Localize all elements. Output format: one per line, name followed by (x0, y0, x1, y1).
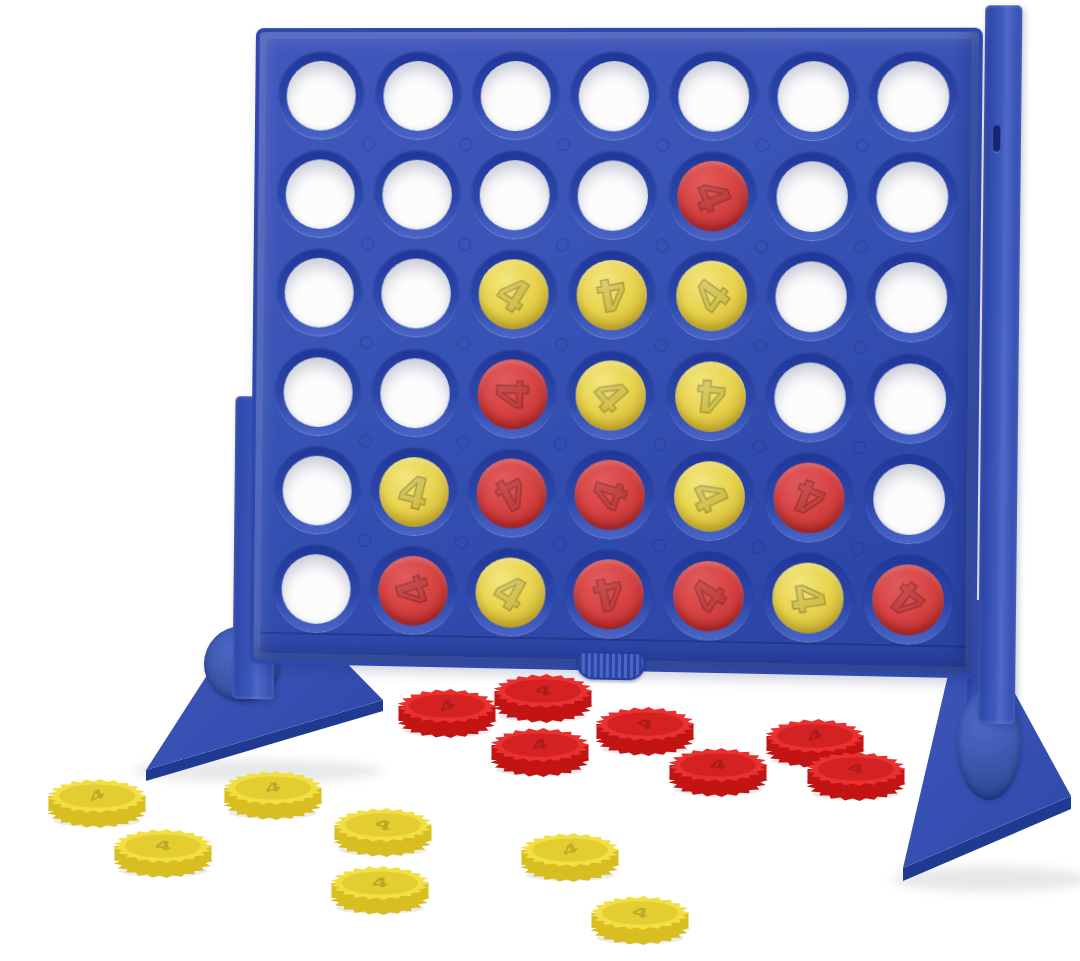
disc-number: 4 (675, 261, 747, 332)
board-cell-r2c6 (761, 146, 862, 247)
board-cell-r5c2: 4 (365, 442, 463, 543)
empty-hole (774, 362, 846, 434)
red-disc: 4 (677, 161, 749, 232)
board-cell-r4c2 (366, 343, 464, 443)
hole-rim (669, 53, 757, 140)
board-cell-r6c6: 4 (757, 547, 858, 649)
hole-rim: 4 (469, 450, 556, 537)
hole-rim: 4 (467, 549, 554, 637)
board-cell-r4c4: 4 (561, 345, 661, 446)
disc-number: 4 (379, 457, 449, 528)
svg-text:4: 4 (371, 875, 388, 891)
photo-stage: 444444444444444444 44444444444444 (0, 0, 1080, 961)
hole-rim: 4 (664, 553, 752, 641)
empty-hole (481, 61, 552, 131)
loose-yellow-disc: 4 (110, 823, 216, 893)
empty-hole (875, 262, 948, 334)
board-cell-r1c2 (369, 46, 467, 145)
hole-rim (278, 53, 364, 139)
hole-rim (767, 253, 856, 341)
board-cell-r2c2 (368, 145, 466, 245)
hole-rim (570, 152, 657, 239)
hole-rim: 4 (666, 353, 754, 441)
hole-rim (276, 250, 362, 336)
hole-rim: 4 (568, 352, 655, 439)
svg-text:4: 4 (534, 682, 552, 700)
empty-hole (383, 61, 453, 131)
board-cell-r3c5: 4 (661, 246, 761, 347)
hole-rim: 4 (567, 451, 654, 539)
board-cell-r4c1 (269, 342, 367, 442)
disc-number: 4 (477, 458, 548, 529)
hole-rim (374, 152, 460, 238)
disc-number: 4 (476, 557, 547, 628)
empty-hole (382, 160, 452, 230)
board-cell-r5c5: 4 (659, 446, 759, 548)
board-cell-r6c4: 4 (559, 544, 659, 646)
hole-rim: 4 (371, 449, 457, 536)
yellow-disc: 4 (675, 261, 747, 332)
hole-rim (766, 354, 855, 442)
board-cell-r6c5: 4 (658, 546, 758, 648)
loose-red-disc: 4 (803, 746, 909, 816)
board-cell-r4c6 (759, 347, 860, 449)
disc-number: 4 (772, 562, 844, 634)
board-cell-r5c1 (268, 441, 366, 541)
red-disc: 4 (378, 556, 448, 627)
red-disc: 4 (672, 561, 744, 633)
hole-rim (274, 447, 360, 534)
board-cell-r3c3: 4 (464, 245, 563, 345)
yellow-disc: 4 (379, 457, 449, 528)
loose-yellow-disc: 4 (327, 860, 433, 930)
board-cell-r6c1 (267, 539, 365, 640)
board-cell-r2c5: 4 (662, 146, 762, 247)
board-cell-r4c7 (859, 348, 961, 450)
hole-rim (571, 53, 658, 140)
red-disc: 4 (574, 559, 645, 631)
empty-hole (876, 161, 949, 232)
hole-rim: 4 (569, 252, 656, 339)
hole-rim: 4 (471, 251, 558, 338)
empty-hole (284, 258, 354, 328)
hole-rim: 4 (667, 253, 755, 340)
board-cell-r5c6: 4 (758, 447, 859, 549)
red-disc: 4 (478, 359, 549, 430)
hole-rim (769, 53, 858, 140)
right-rail (978, 5, 1023, 724)
hole-rim (868, 153, 957, 241)
board-cell-r4c5: 4 (660, 346, 760, 447)
hole-rim (865, 455, 954, 544)
loose-red-disc: 4 (394, 683, 500, 753)
loose-red-disc: 4 (487, 722, 593, 792)
disc-number: 4 (577, 260, 648, 331)
disc-number: 4 (673, 461, 745, 533)
disc-number: 4 (672, 561, 744, 633)
hole-rim (275, 349, 361, 436)
hole-rim (869, 53, 958, 140)
empty-hole (775, 261, 847, 332)
board-cell-r5c7 (858, 448, 960, 550)
board-cell-r1c3 (467, 46, 566, 146)
yellow-disc: 4 (674, 361, 746, 432)
hole-rim (277, 151, 363, 237)
hole-rim: 4 (765, 454, 854, 542)
disc-number: 4 (479, 259, 550, 330)
disc-number: 4 (574, 559, 645, 631)
empty-hole (282, 455, 352, 526)
loose-yellow-disc: 4 (587, 890, 693, 960)
hole-rim (768, 153, 857, 240)
disc-number: 4 (872, 564, 945, 636)
board-cell-r3c4: 4 (562, 245, 662, 346)
board-cell-r2c1 (271, 145, 369, 244)
hole-rim (473, 53, 560, 139)
hole-rim: 4 (470, 351, 557, 438)
board-cell-r3c1 (270, 243, 368, 343)
board-panel: 444444444444444444 (249, 28, 983, 679)
empty-hole (285, 159, 355, 229)
empty-hole (578, 160, 649, 231)
empty-hole (777, 61, 849, 132)
disc-number: 4 (378, 556, 448, 627)
loose-yellow-disc: 4 (517, 827, 623, 897)
hole-rim (375, 53, 461, 139)
hole-rim: 4 (566, 551, 653, 639)
empty-hole (678, 61, 750, 132)
empty-hole (381, 259, 451, 329)
board-cell-r6c7: 4 (857, 549, 959, 652)
red-disc: 4 (773, 462, 845, 534)
board-cell-r2c3 (466, 145, 565, 245)
board-cell-r6c2: 4 (364, 541, 462, 642)
board-cell-r1c7 (863, 46, 965, 147)
empty-hole (281, 554, 351, 625)
red-disc: 4 (872, 564, 945, 636)
hole-rim: 4 (665, 453, 753, 541)
hole-rim: 4 (763, 554, 851, 643)
board-grid: 444444444444444444 (267, 46, 964, 652)
disc-number: 4 (478, 359, 549, 430)
empty-hole (579, 61, 650, 131)
empty-hole (776, 161, 848, 232)
empty-hole (380, 358, 450, 429)
disc-number: 4 (677, 161, 749, 232)
empty-hole (480, 160, 551, 230)
red-disc: 4 (575, 459, 646, 530)
empty-hole (283, 357, 353, 427)
yellow-disc: 4 (479, 259, 550, 330)
board-cell-r1c4 (565, 46, 665, 146)
empty-hole (877, 61, 950, 132)
disc-number: 4 (674, 361, 746, 432)
red-disc: 4 (477, 458, 548, 529)
hole-rim (373, 251, 459, 338)
svg-text:4: 4 (154, 837, 172, 855)
hole-rim (866, 355, 955, 443)
disc-number: 4 (773, 462, 845, 534)
disc-number: 4 (576, 360, 647, 431)
yellow-disc: 4 (772, 562, 844, 634)
svg-text:4: 4 (709, 757, 726, 773)
hole-rim: 4 (863, 556, 952, 645)
yellow-disc: 4 (576, 360, 647, 431)
board-cell-r1c1 (272, 46, 370, 145)
connect-four-frame: 444444444444444444 (234, 13, 1057, 716)
yellow-disc: 4 (673, 461, 745, 533)
empty-hole (873, 463, 946, 535)
hole-rim (372, 350, 458, 437)
board-cell-r6c3: 4 (461, 542, 560, 643)
disc-number: 4 (575, 459, 646, 530)
board-cell-r5c3: 4 (462, 443, 561, 544)
empty-hole (874, 363, 947, 435)
board-cell-r1c5 (663, 46, 763, 146)
board-cell-r5c4: 4 (560, 444, 660, 545)
hole-rim: 4 (370, 548, 456, 635)
board-cell-r3c6 (760, 247, 861, 348)
hole-rim (472, 152, 559, 239)
loose-red-disc: 4 (665, 742, 771, 812)
board-cell-r2c4 (564, 146, 664, 246)
board-cell-r2c7 (861, 147, 963, 248)
empty-hole (286, 61, 356, 131)
hole-rim (273, 546, 359, 633)
board-cell-r3c2 (367, 244, 465, 344)
board-cell-r4c3: 4 (463, 344, 562, 445)
yellow-disc: 4 (577, 260, 648, 331)
board-cell-r1c6 (763, 46, 864, 147)
loose-yellow-disc: 4 (220, 765, 326, 835)
rail-slot (993, 125, 1000, 151)
yellow-disc: 4 (476, 557, 547, 628)
hole-rim (867, 254, 956, 342)
hole-rim: 4 (668, 153, 756, 240)
board-cell-r3c7 (860, 247, 962, 349)
